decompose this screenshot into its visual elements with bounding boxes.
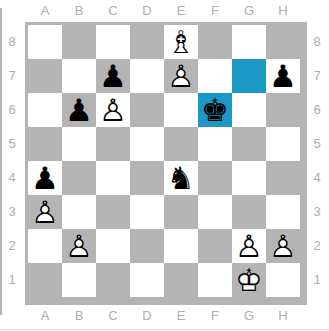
chess-app-screen: ABCDEFGH 87654321 ♝♗♟♟♙♟♟♟♙♚♟♞♟♙♟♙♟♙♟♙♚♔…	[0, 0, 329, 331]
square-h4[interactable]	[266, 161, 300, 195]
white-pawn-glyph: ♙	[266, 229, 300, 263]
square-f4[interactable]	[198, 161, 232, 195]
file-label-top-d: D	[130, 0, 164, 22]
file-label-top-f: F	[198, 0, 232, 22]
file-label-bottom-b: B	[62, 306, 96, 326]
square-b7[interactable]	[62, 59, 96, 93]
square-b4[interactable]	[62, 161, 96, 195]
square-c8[interactable]	[96, 25, 130, 59]
square-f1[interactable]	[198, 263, 232, 297]
square-d2[interactable]	[130, 229, 164, 263]
rank-label-right-2: 2	[307, 229, 327, 263]
square-e1[interactable]	[164, 263, 198, 297]
rank-labels-right: 87654321	[307, 25, 327, 297]
square-g2[interactable]: ♟♙	[232, 229, 266, 263]
square-a2[interactable]	[28, 229, 62, 263]
white-king-glyph: ♔	[232, 263, 266, 297]
piece-white-pawn-h2[interactable]: ♟♙	[266, 229, 300, 263]
piece-white-king-g1[interactable]: ♚♔	[232, 263, 266, 297]
file-label-bottom-g: G	[232, 306, 266, 326]
rank-label-left-2: 2	[2, 229, 22, 263]
piece-white-pawn-g2[interactable]: ♟♙	[232, 229, 266, 263]
piece-white-pawn-c6[interactable]: ♟♙	[96, 93, 130, 127]
file-labels-top: ABCDEFGH	[28, 0, 300, 22]
square-f6[interactable]: ♚	[198, 93, 232, 127]
square-e2[interactable]	[164, 229, 198, 263]
file-label-bottom-c: C	[96, 306, 130, 326]
rank-label-right-1: 1	[307, 263, 327, 297]
rank-label-right-4: 4	[307, 161, 327, 195]
square-d3[interactable]	[130, 195, 164, 229]
file-label-bottom-e: E	[164, 306, 198, 326]
square-g8[interactable]	[232, 25, 266, 59]
rank-labels-left: 87654321	[2, 25, 22, 297]
square-h5[interactable]	[266, 127, 300, 161]
square-f7[interactable]	[198, 59, 232, 93]
square-h7[interactable]: ♟	[266, 59, 300, 93]
square-g4[interactable]	[232, 161, 266, 195]
rank-label-left-3: 3	[2, 195, 22, 229]
square-b6[interactable]: ♟	[62, 93, 96, 127]
file-label-top-e: E	[164, 0, 198, 22]
square-b5[interactable]	[62, 127, 96, 161]
square-a4[interactable]: ♟	[28, 161, 62, 195]
square-d1[interactable]	[130, 263, 164, 297]
file-label-top-h: H	[266, 0, 300, 22]
square-h8[interactable]	[266, 25, 300, 59]
rank-label-left-7: 7	[2, 59, 22, 93]
square-a6[interactable]	[28, 93, 62, 127]
rank-label-right-8: 8	[307, 25, 327, 59]
white-pawn-glyph: ♙	[62, 229, 96, 263]
piece-black-pawn-c7[interactable]: ♟	[96, 59, 130, 93]
card-bottom-border-line	[0, 329, 329, 330]
square-a1[interactable]	[28, 263, 62, 297]
square-g7[interactable]	[232, 59, 266, 93]
piece-white-pawn-e7[interactable]: ♟♙	[164, 59, 198, 93]
square-g3[interactable]	[232, 195, 266, 229]
file-label-top-c: C	[96, 0, 130, 22]
file-label-bottom-f: F	[198, 306, 232, 326]
white-bishop-glyph: ♗	[164, 25, 198, 59]
piece-black-pawn-h7[interactable]: ♟	[266, 59, 300, 93]
square-g1[interactable]: ♚♔	[232, 263, 266, 297]
square-a3[interactable]: ♟♙	[28, 195, 62, 229]
white-pawn-glyph: ♙	[96, 93, 130, 127]
square-c5[interactable]	[96, 127, 130, 161]
square-c7[interactable]: ♟	[96, 59, 130, 93]
square-h2[interactable]: ♟♙	[266, 229, 300, 263]
rank-label-right-3: 3	[307, 195, 327, 229]
square-h1[interactable]	[266, 263, 300, 297]
square-d6[interactable]	[130, 93, 164, 127]
rank-label-left-1: 1	[2, 263, 22, 297]
piece-white-bishop-e8[interactable]: ♝♗	[164, 25, 198, 59]
rank-label-right-7: 7	[307, 59, 327, 93]
file-label-top-a: A	[28, 0, 62, 22]
square-g6[interactable]	[232, 93, 266, 127]
square-g5[interactable]	[232, 127, 266, 161]
file-label-bottom-a: A	[28, 306, 62, 326]
square-f2[interactable]	[198, 229, 232, 263]
rank-label-left-4: 4	[2, 161, 22, 195]
square-d7[interactable]	[130, 59, 164, 93]
white-pawn-glyph: ♙	[28, 195, 62, 229]
piece-black-king-f6[interactable]: ♚	[198, 93, 232, 127]
square-e5[interactable]	[164, 127, 198, 161]
rank-label-left-8: 8	[2, 25, 22, 59]
white-pawn-glyph: ♙	[232, 229, 266, 263]
piece-black-knight-e4[interactable]: ♞	[164, 161, 198, 195]
square-a5[interactable]	[28, 127, 62, 161]
square-b8[interactable]	[62, 25, 96, 59]
file-label-bottom-h: H	[266, 306, 300, 326]
square-f5[interactable]	[198, 127, 232, 161]
piece-white-pawn-a3[interactable]: ♟♙	[28, 195, 62, 229]
square-c3[interactable]	[96, 195, 130, 229]
file-label-top-b: B	[62, 0, 96, 22]
square-e6[interactable]	[164, 93, 198, 127]
rank-label-left-5: 5	[2, 127, 22, 161]
square-h6[interactable]	[266, 93, 300, 127]
square-d5[interactable]	[130, 127, 164, 161]
white-pawn-glyph: ♙	[164, 59, 198, 93]
square-c4[interactable]	[96, 161, 130, 195]
rank-label-right-5: 5	[307, 127, 327, 161]
square-e7[interactable]: ♟♙	[164, 59, 198, 93]
square-d4[interactable]	[130, 161, 164, 195]
rank-label-right-6: 6	[307, 93, 327, 127]
square-a7[interactable]	[28, 59, 62, 93]
file-labels-bottom: ABCDEFGH	[28, 306, 300, 326]
square-h3[interactable]	[266, 195, 300, 229]
square-c1[interactable]	[96, 263, 130, 297]
square-e4[interactable]: ♞	[164, 161, 198, 195]
piece-white-pawn-b2[interactable]: ♟♙	[62, 229, 96, 263]
file-label-top-g: G	[232, 0, 266, 22]
square-f8[interactable]	[198, 25, 232, 59]
square-e8[interactable]: ♝♗	[164, 25, 198, 59]
rank-label-left-6: 6	[2, 93, 22, 127]
square-f3[interactable]	[198, 195, 232, 229]
piece-black-pawn-b6[interactable]: ♟	[62, 93, 96, 127]
square-c6[interactable]: ♟♙	[96, 93, 130, 127]
square-e3[interactable]	[164, 195, 198, 229]
square-c2[interactable]	[96, 229, 130, 263]
square-a8[interactable]	[28, 25, 62, 59]
square-b2[interactable]: ♟♙	[62, 229, 96, 263]
square-b1[interactable]	[62, 263, 96, 297]
square-d8[interactable]	[130, 25, 164, 59]
square-b3[interactable]	[62, 195, 96, 229]
file-label-bottom-d: D	[130, 306, 164, 326]
chess-board[interactable]: ♝♗♟♟♙♟♟♟♙♚♟♞♟♙♟♙♟♙♟♙♚♔	[25, 22, 307, 305]
piece-black-pawn-a4[interactable]: ♟	[28, 161, 62, 195]
